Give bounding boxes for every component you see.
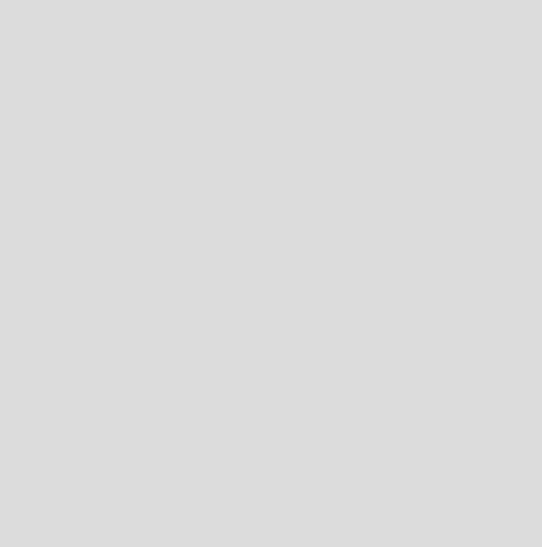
chess-board bbox=[0, 3, 542, 543]
bottom-margin-strip bbox=[0, 543, 542, 547]
chessboard-frame bbox=[0, 0, 542, 547]
